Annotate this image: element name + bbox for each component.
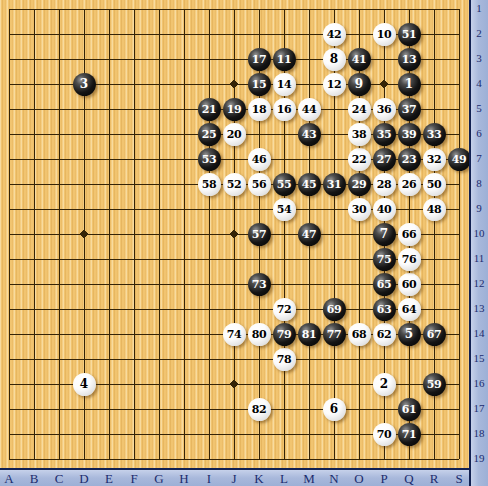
move-number: 70 xyxy=(377,428,391,441)
move-number: 75 xyxy=(377,253,391,266)
stone-41[interactable]: 41 xyxy=(348,48,371,71)
stone-37[interactable]: 37 xyxy=(398,98,421,121)
stone-64[interactable]: 64 xyxy=(398,298,421,321)
column-label: M xyxy=(297,471,321,486)
column-label: R xyxy=(422,471,446,486)
stone-13[interactable]: 13 xyxy=(398,48,421,71)
column-label: K xyxy=(247,471,271,486)
move-number: 67 xyxy=(427,328,441,341)
row-label: 15 xyxy=(470,352,488,364)
stone-51[interactable]: 51 xyxy=(398,23,421,46)
move-number: 72 xyxy=(277,303,291,316)
stone-56[interactable]: 56 xyxy=(248,173,271,196)
move-number: 73 xyxy=(252,278,266,291)
stone-43[interactable]: 43 xyxy=(298,123,321,146)
move-number: 27 xyxy=(377,153,391,166)
move-number: 37 xyxy=(402,103,416,116)
row-label: 18 xyxy=(470,427,488,439)
move-number: 14 xyxy=(277,78,291,91)
stone-80[interactable]: 80 xyxy=(248,323,271,346)
move-number: 81 xyxy=(302,328,316,341)
move-number: 55 xyxy=(277,178,291,191)
move-number: 51 xyxy=(402,28,416,41)
move-number: 7 xyxy=(380,227,388,241)
stone-17[interactable]: 17 xyxy=(248,48,271,71)
move-number: 33 xyxy=(427,128,441,141)
column-label: I xyxy=(197,471,221,486)
column-label: Q xyxy=(397,471,421,486)
stone-39[interactable]: 39 xyxy=(398,123,421,146)
stone-71[interactable]: 71 xyxy=(398,423,421,446)
move-number: 50 xyxy=(427,178,441,191)
move-number: 3 xyxy=(80,77,88,91)
stone-12[interactable]: 12 xyxy=(323,73,346,96)
move-number: 5 xyxy=(405,327,413,341)
move-number: 9 xyxy=(355,77,363,91)
stone-52[interactable]: 52 xyxy=(223,173,246,196)
move-number: 15 xyxy=(252,78,266,91)
move-number: 64 xyxy=(402,303,416,316)
row-label: 19 xyxy=(470,452,488,464)
stone-29[interactable]: 29 xyxy=(348,173,371,196)
stone-48[interactable]: 48 xyxy=(423,198,446,221)
stone-25[interactable]: 25 xyxy=(198,123,221,146)
move-number: 61 xyxy=(402,403,416,416)
move-number: 31 xyxy=(327,178,341,191)
move-number: 53 xyxy=(202,153,216,166)
column-label: H xyxy=(172,471,196,486)
stone-53[interactable]: 53 xyxy=(198,148,221,171)
move-number: 20 xyxy=(227,128,241,141)
move-number: 39 xyxy=(402,128,416,141)
move-number: 54 xyxy=(277,203,291,216)
move-number: 52 xyxy=(227,178,241,191)
stone-65[interactable]: 65 xyxy=(373,273,396,296)
stone-42[interactable]: 42 xyxy=(323,23,346,46)
move-number: 4 xyxy=(80,377,88,391)
row-label: 5 xyxy=(470,102,488,114)
stone-1[interactable]: 1 xyxy=(398,73,421,96)
row-label: 1 xyxy=(470,2,488,14)
stone-32[interactable]: 32 xyxy=(423,148,446,171)
move-number: 66 xyxy=(402,228,416,241)
stone-66[interactable]: 66 xyxy=(398,223,421,246)
stone-59[interactable]: 59 xyxy=(423,373,446,396)
move-number: 35 xyxy=(377,128,391,141)
row-label: 3 xyxy=(470,52,488,64)
move-number: 11 xyxy=(277,53,291,66)
stone-7[interactable]: 7 xyxy=(373,223,396,246)
row-label: 7 xyxy=(470,152,488,164)
stone-31[interactable]: 31 xyxy=(323,173,346,196)
stone-61[interactable]: 61 xyxy=(398,398,421,421)
move-number: 13 xyxy=(402,53,416,66)
stone-82[interactable]: 82 xyxy=(248,398,271,421)
move-number: 10 xyxy=(377,28,391,41)
row-label: 9 xyxy=(470,202,488,214)
stone-38[interactable]: 38 xyxy=(348,123,371,146)
move-number: 1 xyxy=(405,77,413,91)
move-number: 40 xyxy=(377,203,391,216)
move-number: 36 xyxy=(377,103,391,116)
move-number: 60 xyxy=(402,278,416,291)
stone-63[interactable]: 63 xyxy=(373,298,396,321)
move-number: 65 xyxy=(377,278,391,291)
stone-75[interactable]: 75 xyxy=(373,248,396,271)
stone-50[interactable]: 50 xyxy=(423,173,446,196)
move-number: 16 xyxy=(277,103,291,116)
stone-2[interactable]: 2 xyxy=(373,373,396,396)
move-number: 76 xyxy=(402,253,416,266)
move-number: 68 xyxy=(352,328,366,341)
stone-49[interactable]: 49 xyxy=(448,148,471,171)
column-label: L xyxy=(272,471,296,486)
move-number: 69 xyxy=(327,303,341,316)
move-number: 8 xyxy=(330,52,338,66)
stone-67[interactable]: 67 xyxy=(423,323,446,346)
move-number: 63 xyxy=(377,303,391,316)
column-label: J xyxy=(222,471,246,486)
row-label: 11 xyxy=(470,252,488,264)
stone-73[interactable]: 73 xyxy=(248,273,271,296)
row-label: 14 xyxy=(470,327,488,339)
move-number: 42 xyxy=(327,28,341,41)
move-number: 21 xyxy=(202,103,216,116)
stone-4[interactable]: 4 xyxy=(73,373,96,396)
row-label: 12 xyxy=(470,277,488,289)
stone-19[interactable]: 19 xyxy=(223,98,246,121)
stone-21[interactable]: 21 xyxy=(198,98,221,121)
stone-62[interactable]: 62 xyxy=(373,323,396,346)
stone-72[interactable]: 72 xyxy=(273,298,296,321)
stone-10[interactable]: 10 xyxy=(373,23,396,46)
stone-69[interactable]: 69 xyxy=(323,298,346,321)
column-label: G xyxy=(147,471,171,486)
stone-3[interactable]: 3 xyxy=(73,73,96,96)
column-label: B xyxy=(22,471,46,486)
row-label: 6 xyxy=(470,127,488,139)
move-number: 29 xyxy=(352,178,366,191)
move-number: 46 xyxy=(252,153,266,166)
stone-54[interactable]: 54 xyxy=(273,198,296,221)
stone-22[interactable]: 22 xyxy=(348,148,371,171)
column-label: A xyxy=(0,471,21,486)
move-number: 28 xyxy=(377,178,391,191)
move-number: 30 xyxy=(352,203,366,216)
stone-23[interactable]: 23 xyxy=(398,148,421,171)
move-number: 32 xyxy=(427,153,441,166)
stone-57[interactable]: 57 xyxy=(248,223,271,246)
move-number: 77 xyxy=(327,328,341,341)
stone-40[interactable]: 40 xyxy=(373,198,396,221)
stone-20[interactable]: 20 xyxy=(223,123,246,146)
stone-45[interactable]: 45 xyxy=(298,173,321,196)
move-number: 25 xyxy=(202,128,216,141)
stone-44[interactable]: 44 xyxy=(298,98,321,121)
go-board-diagram: 1234567891011121314151617181920212223242… xyxy=(0,0,488,486)
column-label: F xyxy=(122,471,146,486)
move-number: 2 xyxy=(380,377,388,391)
stone-74[interactable]: 74 xyxy=(223,323,246,346)
column-label: D xyxy=(72,471,96,486)
stone-35[interactable]: 35 xyxy=(373,123,396,146)
column-label: O xyxy=(347,471,371,486)
stone-6[interactable]: 6 xyxy=(323,398,346,421)
move-number: 23 xyxy=(402,153,416,166)
move-number: 79 xyxy=(277,328,291,341)
move-number: 47 xyxy=(302,228,316,241)
stone-36[interactable]: 36 xyxy=(373,98,396,121)
column-label: P xyxy=(372,471,396,486)
stone-30[interactable]: 30 xyxy=(348,198,371,221)
move-number: 26 xyxy=(402,178,416,191)
move-number: 43 xyxy=(302,128,316,141)
move-number: 18 xyxy=(252,103,266,116)
move-number: 12 xyxy=(327,78,341,91)
row-label: 10 xyxy=(470,227,488,239)
row-label: 13 xyxy=(470,302,488,314)
move-number: 57 xyxy=(252,228,266,241)
stone-76[interactable]: 76 xyxy=(398,248,421,271)
stone-14[interactable]: 14 xyxy=(273,73,296,96)
move-number: 78 xyxy=(277,353,291,366)
move-number: 62 xyxy=(377,328,391,341)
move-number: 19 xyxy=(227,103,241,116)
stone-47[interactable]: 47 xyxy=(298,223,321,246)
stone-78[interactable]: 78 xyxy=(273,348,296,371)
stone-15[interactable]: 15 xyxy=(248,73,271,96)
move-number: 17 xyxy=(252,53,266,66)
move-number: 59 xyxy=(427,378,441,391)
stone-11[interactable]: 11 xyxy=(273,48,296,71)
stone-26[interactable]: 26 xyxy=(398,173,421,196)
move-number: 38 xyxy=(352,128,366,141)
move-number: 49 xyxy=(452,153,466,166)
stone-9[interactable]: 9 xyxy=(348,73,371,96)
move-number: 48 xyxy=(427,203,441,216)
move-number: 6 xyxy=(330,402,338,416)
stone-60[interactable]: 60 xyxy=(398,273,421,296)
move-number: 80 xyxy=(252,328,266,341)
stone-8[interactable]: 8 xyxy=(323,48,346,71)
move-number: 24 xyxy=(352,103,366,116)
stone-24[interactable]: 24 xyxy=(348,98,371,121)
move-number: 22 xyxy=(352,153,366,166)
row-label: 8 xyxy=(470,177,488,189)
move-number: 74 xyxy=(227,328,241,341)
stone-55[interactable]: 55 xyxy=(273,173,296,196)
move-number: 56 xyxy=(252,178,266,191)
stone-5[interactable]: 5 xyxy=(398,323,421,346)
stone-70[interactable]: 70 xyxy=(373,423,396,446)
stone-46[interactable]: 46 xyxy=(248,148,271,171)
column-label: E xyxy=(97,471,121,486)
move-number: 45 xyxy=(302,178,316,191)
stone-27[interactable]: 27 xyxy=(373,148,396,171)
stone-68[interactable]: 68 xyxy=(348,323,371,346)
row-label: 2 xyxy=(470,27,488,39)
move-number: 44 xyxy=(302,103,316,116)
row-label: 17 xyxy=(470,402,488,414)
column-label: C xyxy=(47,471,71,486)
move-number: 41 xyxy=(352,53,366,66)
move-number: 82 xyxy=(252,403,266,416)
move-number: 71 xyxy=(402,428,416,441)
stone-28[interactable]: 28 xyxy=(373,173,396,196)
column-label: S xyxy=(447,471,471,486)
row-label: 16 xyxy=(470,377,488,389)
stone-16[interactable]: 16 xyxy=(273,98,296,121)
stone-79[interactable]: 79 xyxy=(273,323,296,346)
stone-81[interactable]: 81 xyxy=(298,323,321,346)
column-label: N xyxy=(322,471,346,486)
stone-58[interactable]: 58 xyxy=(198,173,221,196)
move-number: 58 xyxy=(202,178,216,191)
stone-77[interactable]: 77 xyxy=(323,323,346,346)
stone-18[interactable]: 18 xyxy=(248,98,271,121)
stone-33[interactable]: 33 xyxy=(423,123,446,146)
row-label: 4 xyxy=(470,77,488,89)
